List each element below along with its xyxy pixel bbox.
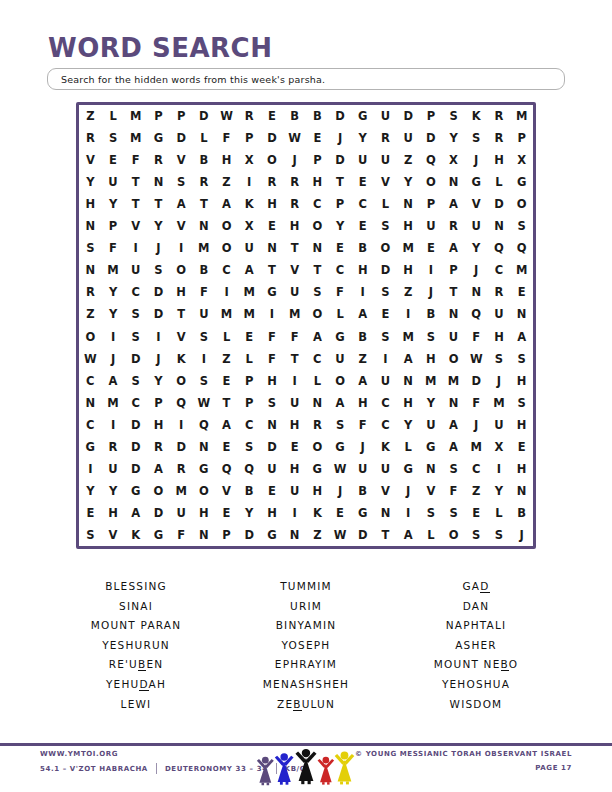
grid-cell: P: [238, 392, 261, 414]
grid-cell: A: [170, 193, 193, 215]
footer-page-number: PAGE 17: [355, 764, 572, 772]
grid-cell: Y: [79, 480, 102, 502]
grid-cell: M: [238, 281, 261, 303]
grid-cell: E: [283, 436, 306, 458]
grid-cell: G: [193, 458, 216, 480]
logo-figures-icon: [256, 745, 356, 792]
grid-cell: J: [329, 127, 352, 149]
grid-cell: P: [215, 524, 238, 546]
grid-cell: D: [374, 259, 397, 281]
word-list-item: WISDOM: [396, 695, 556, 715]
grid-cell: O: [170, 370, 193, 392]
grid-cell: C: [306, 348, 329, 370]
grid-cell: A: [442, 237, 465, 259]
grid-cell: S: [193, 325, 216, 347]
grid-cell: D: [124, 458, 147, 480]
grid-cell: T: [170, 303, 193, 325]
grid-cell: Z: [465, 480, 488, 502]
grid-cell: U: [170, 502, 193, 524]
grid-cell: F: [465, 392, 488, 414]
grid-cell: G: [351, 502, 374, 524]
word-list-item: RE'UBEN: [56, 655, 216, 675]
grid-cell: S: [442, 502, 465, 524]
grid-cell: I: [102, 414, 125, 436]
word-search-grid: ZLMPPDWREBBDGUDPSKRMRSMGDLFPDWEJYRUDYSRP…: [76, 102, 536, 549]
grid-cell: L: [102, 105, 125, 127]
word-list-item: GAD: [396, 577, 556, 597]
grid-cell: T: [442, 281, 465, 303]
grid-cell: M: [465, 436, 488, 458]
grid-cell: Y: [79, 171, 102, 193]
grid-cell: N: [397, 193, 420, 215]
word-list-item: LEWI: [56, 695, 216, 715]
grid-cell: D: [193, 105, 216, 127]
grid-cell: I: [124, 237, 147, 259]
grid-cell: F: [465, 325, 488, 347]
grid-cell: J: [351, 436, 374, 458]
grid-cell: I: [215, 281, 238, 303]
grid-cell: M: [215, 303, 238, 325]
grid-cell: S: [124, 370, 147, 392]
grid-cell: M: [442, 370, 465, 392]
grid-cell: C: [79, 414, 102, 436]
grid-cell: D: [329, 105, 352, 127]
grid-cell: A: [147, 458, 170, 480]
grid-cell: V: [465, 193, 488, 215]
grid-cell: Y: [397, 414, 420, 436]
grid-cell: H: [420, 348, 443, 370]
grid-cell: I: [261, 303, 284, 325]
grid-cell: N: [261, 414, 284, 436]
grid-cell: W: [329, 524, 352, 546]
grid-cell: F: [215, 127, 238, 149]
word-list-item: URIM: [226, 597, 386, 617]
grid-cell: S: [510, 348, 533, 370]
grid-cell: V: [102, 524, 125, 546]
grid-cell: N: [465, 281, 488, 303]
grid-cell: Y: [329, 215, 352, 237]
grid-cell: N: [510, 303, 533, 325]
grid-cell: E: [79, 502, 102, 524]
grid-cell: O: [261, 149, 284, 171]
grid-cell: C: [306, 193, 329, 215]
grid-cell: S: [420, 502, 443, 524]
grid-cell: B: [193, 149, 216, 171]
grid-cell: U: [261, 458, 284, 480]
grid-cell: E: [215, 502, 238, 524]
grid-cell: L: [306, 370, 329, 392]
grid-cell: C: [374, 414, 397, 436]
grid-cell: I: [102, 325, 125, 347]
grid-cell: O: [374, 237, 397, 259]
grid-cell: U: [420, 414, 443, 436]
grid-cell: H: [488, 325, 511, 347]
grid-cell: Y: [147, 215, 170, 237]
grid-cell: O: [329, 370, 352, 392]
grid-cell: N: [193, 524, 216, 546]
grid-cell: C: [329, 259, 352, 281]
grid-cell: N: [79, 215, 102, 237]
grid-cell: I: [170, 237, 193, 259]
grid-cell: N: [79, 259, 102, 281]
grid-cell: S: [79, 237, 102, 259]
grid-cell: T: [374, 524, 397, 546]
grid-cell: I: [351, 281, 374, 303]
grid-cell: N: [79, 392, 102, 414]
grid-cell: S: [420, 325, 443, 347]
grid-cell: N: [420, 458, 443, 480]
grid-cell: R: [306, 414, 329, 436]
grid-cell: P: [170, 105, 193, 127]
word-list-item: MENASHSHEH: [226, 675, 386, 695]
grid-cell: H: [147, 414, 170, 436]
grid-cell: N: [442, 392, 465, 414]
grid-cell: T: [124, 193, 147, 215]
grid-cell: Q: [193, 414, 216, 436]
grid-cell: H: [306, 480, 329, 502]
grid-cell: W: [215, 105, 238, 127]
word-list-item: DAN: [396, 597, 556, 617]
grid-cell: U: [374, 458, 397, 480]
grid-cell: H: [193, 502, 216, 524]
grid-cell: D: [420, 127, 443, 149]
grid-cell: H: [261, 193, 284, 215]
grid-cell: F: [329, 281, 352, 303]
grid-cell: S: [238, 436, 261, 458]
grid-cell: U: [374, 105, 397, 127]
grid-cell: H: [79, 193, 102, 215]
grid-cell: R: [193, 171, 216, 193]
word-list-item: EPHRAYIM: [226, 655, 386, 675]
grid-cell: P: [147, 105, 170, 127]
footer-copyright: © YOUNG MESSIANIC TORAH OBSERVANT ISRAEL: [355, 750, 572, 758]
grid-cell: A: [442, 193, 465, 215]
grid-cell: B: [510, 502, 533, 524]
grid-cell: R: [374, 127, 397, 149]
grid-cell: U: [442, 325, 465, 347]
grid-cell: L: [329, 303, 352, 325]
grid-cell: O: [193, 480, 216, 502]
grid-cell: L: [397, 436, 420, 458]
grid-cell: R: [488, 105, 511, 127]
grid-cell: C: [488, 259, 511, 281]
grid-cell: O: [79, 325, 102, 347]
grid-cell: V: [170, 325, 193, 347]
grid-cell: S: [147, 259, 170, 281]
grid-cell: H: [261, 370, 284, 392]
word-column-1: BLESSINGSINAIMOUNT PARANYESHURUNRE'UBENY…: [56, 577, 216, 714]
grid-cell: M: [420, 370, 443, 392]
grid-cell: V: [170, 149, 193, 171]
grid-cell: U: [283, 281, 306, 303]
grid-cell: K: [465, 105, 488, 127]
grid-cell: Z: [397, 149, 420, 171]
grid-cell: T: [215, 392, 238, 414]
grid-cell: J: [147, 237, 170, 259]
grid-cell: W: [283, 127, 306, 149]
grid-cell: E: [102, 149, 125, 171]
grid-cell: T: [329, 171, 352, 193]
grid-cell: R: [147, 149, 170, 171]
grid-cell: S: [465, 524, 488, 546]
grid-cell: I: [238, 171, 261, 193]
grid-cell: I: [374, 348, 397, 370]
grid-cell: M: [193, 237, 216, 259]
word-list-item: YESHURUN: [56, 636, 216, 656]
word-list-item: YEHUDAH: [56, 675, 216, 695]
grid-cell: D: [488, 193, 511, 215]
grid-cell: O: [442, 524, 465, 546]
grid-cell: S: [329, 414, 352, 436]
grid-cell: M: [124, 105, 147, 127]
grid-cell: U: [102, 171, 125, 193]
grid-cell: N: [306, 237, 329, 259]
grid-cell: E: [351, 215, 374, 237]
grid-cell: E: [465, 502, 488, 524]
grid-cell: J: [147, 348, 170, 370]
grid-cell: V: [374, 171, 397, 193]
grid-cell: V: [420, 480, 443, 502]
grid-cell: W: [79, 348, 102, 370]
grid-cell: R: [79, 127, 102, 149]
grid-cell: A: [442, 436, 465, 458]
grid-cell: E: [261, 480, 284, 502]
grid-cell: C: [124, 392, 147, 414]
grid-cell: S: [374, 281, 397, 303]
grid-cell: H: [283, 414, 306, 436]
grid-cell: Z: [79, 303, 102, 325]
grid-cell: A: [215, 193, 238, 215]
grid-cell: N: [261, 237, 284, 259]
grid-cell: N: [193, 436, 216, 458]
grid-cell: W: [329, 458, 352, 480]
grid-cell: F: [102, 237, 125, 259]
word-list-item: MOUNT NEBO: [396, 655, 556, 675]
grid-cell: I: [283, 370, 306, 392]
grid-cell: E: [374, 303, 397, 325]
grid-cell: R: [170, 458, 193, 480]
grid-cell: H: [351, 259, 374, 281]
grid-cell: Q: [510, 237, 533, 259]
grid-cell: M: [102, 259, 125, 281]
grid-cell: D: [465, 370, 488, 392]
grid-cell: A: [102, 370, 125, 392]
grid-cell: N: [283, 524, 306, 546]
word-list-item: NAPHTALI: [396, 616, 556, 636]
grid-cell: S: [488, 348, 511, 370]
instruction-text: Search for the hidden words from this we…: [61, 74, 325, 85]
grid-cell: P: [147, 392, 170, 414]
grid-cell: I: [420, 259, 443, 281]
grid-cell: I: [147, 325, 170, 347]
grid-cell: N: [397, 370, 420, 392]
grid-cell: S: [442, 105, 465, 127]
grid-cell: Z: [215, 171, 238, 193]
grid-cell: E: [329, 502, 352, 524]
grid-cell: B: [283, 105, 306, 127]
grid-cell: M: [170, 480, 193, 502]
grid-cell: D: [261, 436, 284, 458]
grid-cell: U: [193, 303, 216, 325]
grid-cell: M: [488, 392, 511, 414]
grid-cell: P: [102, 215, 125, 237]
grid-cell: A: [238, 259, 261, 281]
word-list-item: ASHER: [396, 636, 556, 656]
grid-cell: G: [351, 105, 374, 127]
grid-cell: Y: [351, 127, 374, 149]
grid-cell: D: [397, 105, 420, 127]
grid-cell: R: [283, 193, 306, 215]
grid-cell: N: [306, 392, 329, 414]
grid-cell: D: [124, 414, 147, 436]
grid-cell: G: [124, 480, 147, 502]
word-column-2: TUMMIMURIMBINYAMINYOSEPHEPHRAYIMMENASHSH…: [226, 577, 386, 714]
grid-cell: B: [193, 259, 216, 281]
grid-cell: T: [306, 259, 329, 281]
grid-cell: J: [397, 480, 420, 502]
grid-cell: A: [397, 524, 420, 546]
grid-cell: O: [306, 436, 329, 458]
grid-cell: R: [442, 215, 465, 237]
grid-cell: K: [238, 193, 261, 215]
grid-cell: U: [488, 303, 511, 325]
grid-cell: J: [465, 414, 488, 436]
grid-cell: R: [102, 436, 125, 458]
grid-cell: C: [238, 414, 261, 436]
grid-cell: G: [261, 281, 284, 303]
grid-cell: M: [238, 303, 261, 325]
grid-cell: U: [351, 149, 374, 171]
grid-cell: U: [374, 149, 397, 171]
grid-cell: A: [351, 370, 374, 392]
grid-cell: Y: [238, 502, 261, 524]
grid-cell: H: [283, 458, 306, 480]
grid-cell: H: [510, 458, 533, 480]
grid-cell: S: [488, 524, 511, 546]
grid-cell: D: [147, 281, 170, 303]
grid-cell: B: [420, 303, 443, 325]
word-list-item: YEHOSHUA: [396, 675, 556, 695]
grid-cell: U: [329, 348, 352, 370]
grid-cell: U: [283, 392, 306, 414]
grid-cell: I: [193, 348, 216, 370]
grid-cell: O: [147, 480, 170, 502]
grid-cell: F: [170, 524, 193, 546]
grid-cell: J: [465, 149, 488, 171]
grid-cell: J: [102, 348, 125, 370]
grid-cell: I: [79, 458, 102, 480]
grid-cell: D: [147, 303, 170, 325]
grid-cell: E: [215, 436, 238, 458]
grid-cell: O: [510, 193, 533, 215]
grid-cell: E: [306, 127, 329, 149]
grid-cell: Q: [465, 303, 488, 325]
grid-cell: M: [510, 105, 533, 127]
grid-cell: S: [374, 215, 397, 237]
grid-cell: R: [488, 281, 511, 303]
grid-cell: Z: [397, 281, 420, 303]
grid-cell: G: [147, 127, 170, 149]
grid-cell: D: [147, 502, 170, 524]
grid-cell: D: [124, 436, 147, 458]
grid-cell: D: [329, 149, 352, 171]
grid-cell: Y: [102, 303, 125, 325]
grid-cell: O: [442, 348, 465, 370]
grid-cell: N: [488, 215, 511, 237]
grid-cell: U: [488, 414, 511, 436]
grid-cell: S: [374, 325, 397, 347]
word-list-item: BINYAMIN: [226, 616, 386, 636]
grid-cell: Y: [102, 193, 125, 215]
grid-cell: V: [374, 480, 397, 502]
grid-cell: U: [397, 127, 420, 149]
grid-cell: A: [124, 502, 147, 524]
grid-cell: U: [238, 237, 261, 259]
grid-cell: E: [351, 171, 374, 193]
grid-cell: U: [465, 215, 488, 237]
word-list-item: TUMMIM: [226, 577, 386, 597]
grid-cell: N: [442, 303, 465, 325]
grid-cell: B: [351, 480, 374, 502]
grid-cell: E: [261, 105, 284, 127]
grid-cell: F: [261, 325, 284, 347]
grid-cell: Y: [420, 392, 443, 414]
grid-cell: J: [283, 149, 306, 171]
grid-cell: D: [170, 436, 193, 458]
grid-cell: B: [351, 325, 374, 347]
grid-cell: A: [306, 325, 329, 347]
grid-cell: Y: [147, 370, 170, 392]
grid-cell: T: [283, 348, 306, 370]
grid-cell: Z: [351, 348, 374, 370]
grid-cell: G: [329, 436, 352, 458]
grid-cell: H: [510, 414, 533, 436]
grid-cell: Y: [102, 281, 125, 303]
grid-cell: E: [238, 325, 261, 347]
grid-cell: B: [351, 237, 374, 259]
grid-cell: S: [124, 325, 147, 347]
grid-cell: C: [215, 259, 238, 281]
grid-cell: J: [510, 524, 533, 546]
grid-cell: X: [442, 149, 465, 171]
grid-cell: U: [124, 259, 147, 281]
grid-cell: I: [397, 502, 420, 524]
grid-cell: E: [329, 237, 352, 259]
grid-cell: B: [238, 480, 261, 502]
grid-cell: U: [374, 370, 397, 392]
word-column-3: GADDANNAPHTALIASHERMOUNT NEBOYEHOSHUAWIS…: [396, 577, 556, 714]
grid-cell: N: [442, 171, 465, 193]
grid-cell: E: [261, 215, 284, 237]
grid-cell: L: [374, 193, 397, 215]
grid-cell: P: [420, 105, 443, 127]
grid-cell: D: [124, 348, 147, 370]
grid-cell: X: [488, 436, 511, 458]
divider: [156, 763, 157, 774]
grid-cell: N: [193, 215, 216, 237]
grid-cell: U: [102, 458, 125, 480]
grid-cell: S: [170, 171, 193, 193]
grid-cell: H: [261, 502, 284, 524]
grid-cell: H: [170, 281, 193, 303]
grid-cell: P: [442, 259, 465, 281]
grid-cell: D: [261, 127, 284, 149]
grid-cell: G: [465, 171, 488, 193]
grid-cell: N: [374, 502, 397, 524]
grid-cell: L: [488, 502, 511, 524]
grid-cell: R: [283, 171, 306, 193]
grid-cell: G: [79, 436, 102, 458]
